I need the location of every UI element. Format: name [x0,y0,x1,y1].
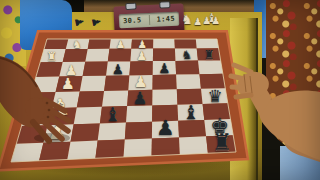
square-f7[interactable] [176,61,200,75]
chess-board[interactable] [0,0,320,180]
square-e3[interactable] [80,76,106,92]
piece-black-pawn-f6[interactable]: ♟ [158,62,170,76]
piece-black-knight-g7[interactable]: ♞ [181,49,192,61]
piece-white-knight-h2[interactable]: ♞ [72,39,81,50]
square-h7[interactable] [175,39,197,49]
square-a3[interactable] [67,141,97,160]
square-a2[interactable] [39,142,70,161]
piece-white-pawn-g5[interactable]: ♟ [136,50,147,62]
piece-white-pawn-h4[interactable]: ♟ [116,39,125,50]
square-f3[interactable] [83,62,108,77]
square-h3[interactable] [88,39,111,49]
square-b4[interactable] [98,123,126,141]
piece-white-pawn-e2[interactable]: ♟ [61,77,75,92]
square-e6[interactable] [153,75,177,90]
photo-scene: 30.5 1:45 ♞♝♟♟♟♟♟ ♞♟♟♜♟♞♜♟♟♟♟♟♟♛♚♝♝♝♟♚♟♜ [0,0,320,180]
square-g2[interactable] [63,49,88,62]
piece-white-bishop-c2[interactable]: ♝ [49,95,73,121]
piece-white-king-c1[interactable]: ♚ [26,108,43,127]
square-h8[interactable] [196,39,219,48]
piece-black-bishop-c7[interactable]: ♝ [183,102,200,121]
piece-white-rook-g1[interactable]: ♜ [46,51,57,63]
square-b3[interactable] [71,123,100,141]
piece-black-pawn-b6[interactable]: ♟ [156,118,175,139]
square-e7[interactable] [176,74,201,89]
piece-white-pawn-b2[interactable]: ♟ [48,122,67,143]
square-a4[interactable] [95,140,124,159]
square-c3[interactable] [74,107,102,125]
piece-black-pawn-f4[interactable]: ♟ [112,63,124,77]
piece-black-bishop-c4[interactable]: ♝ [104,105,121,124]
square-f8[interactable] [198,60,223,74]
square-c5[interactable] [126,105,152,122]
square-a5[interactable] [124,139,152,158]
piece-black-queen-d8[interactable]: ♛ [207,88,222,105]
square-h1[interactable] [44,39,68,49]
square-b7[interactable] [178,120,206,137]
piece-black-rook-a8[interactable]: ♜ [212,131,233,154]
square-d3[interactable] [77,91,104,108]
square-h6[interactable] [153,39,175,49]
square-a7[interactable] [179,136,208,154]
piece-black-rook-g8[interactable]: ♜ [204,49,215,61]
square-d6[interactable] [152,89,177,105]
piece-white-pawn-h5[interactable]: ♟ [137,39,146,50]
square-b5[interactable] [125,122,152,140]
square-g3[interactable] [85,49,109,62]
piece-black-pawn-d5[interactable]: ♟ [132,90,147,107]
square-e4[interactable] [104,75,129,91]
